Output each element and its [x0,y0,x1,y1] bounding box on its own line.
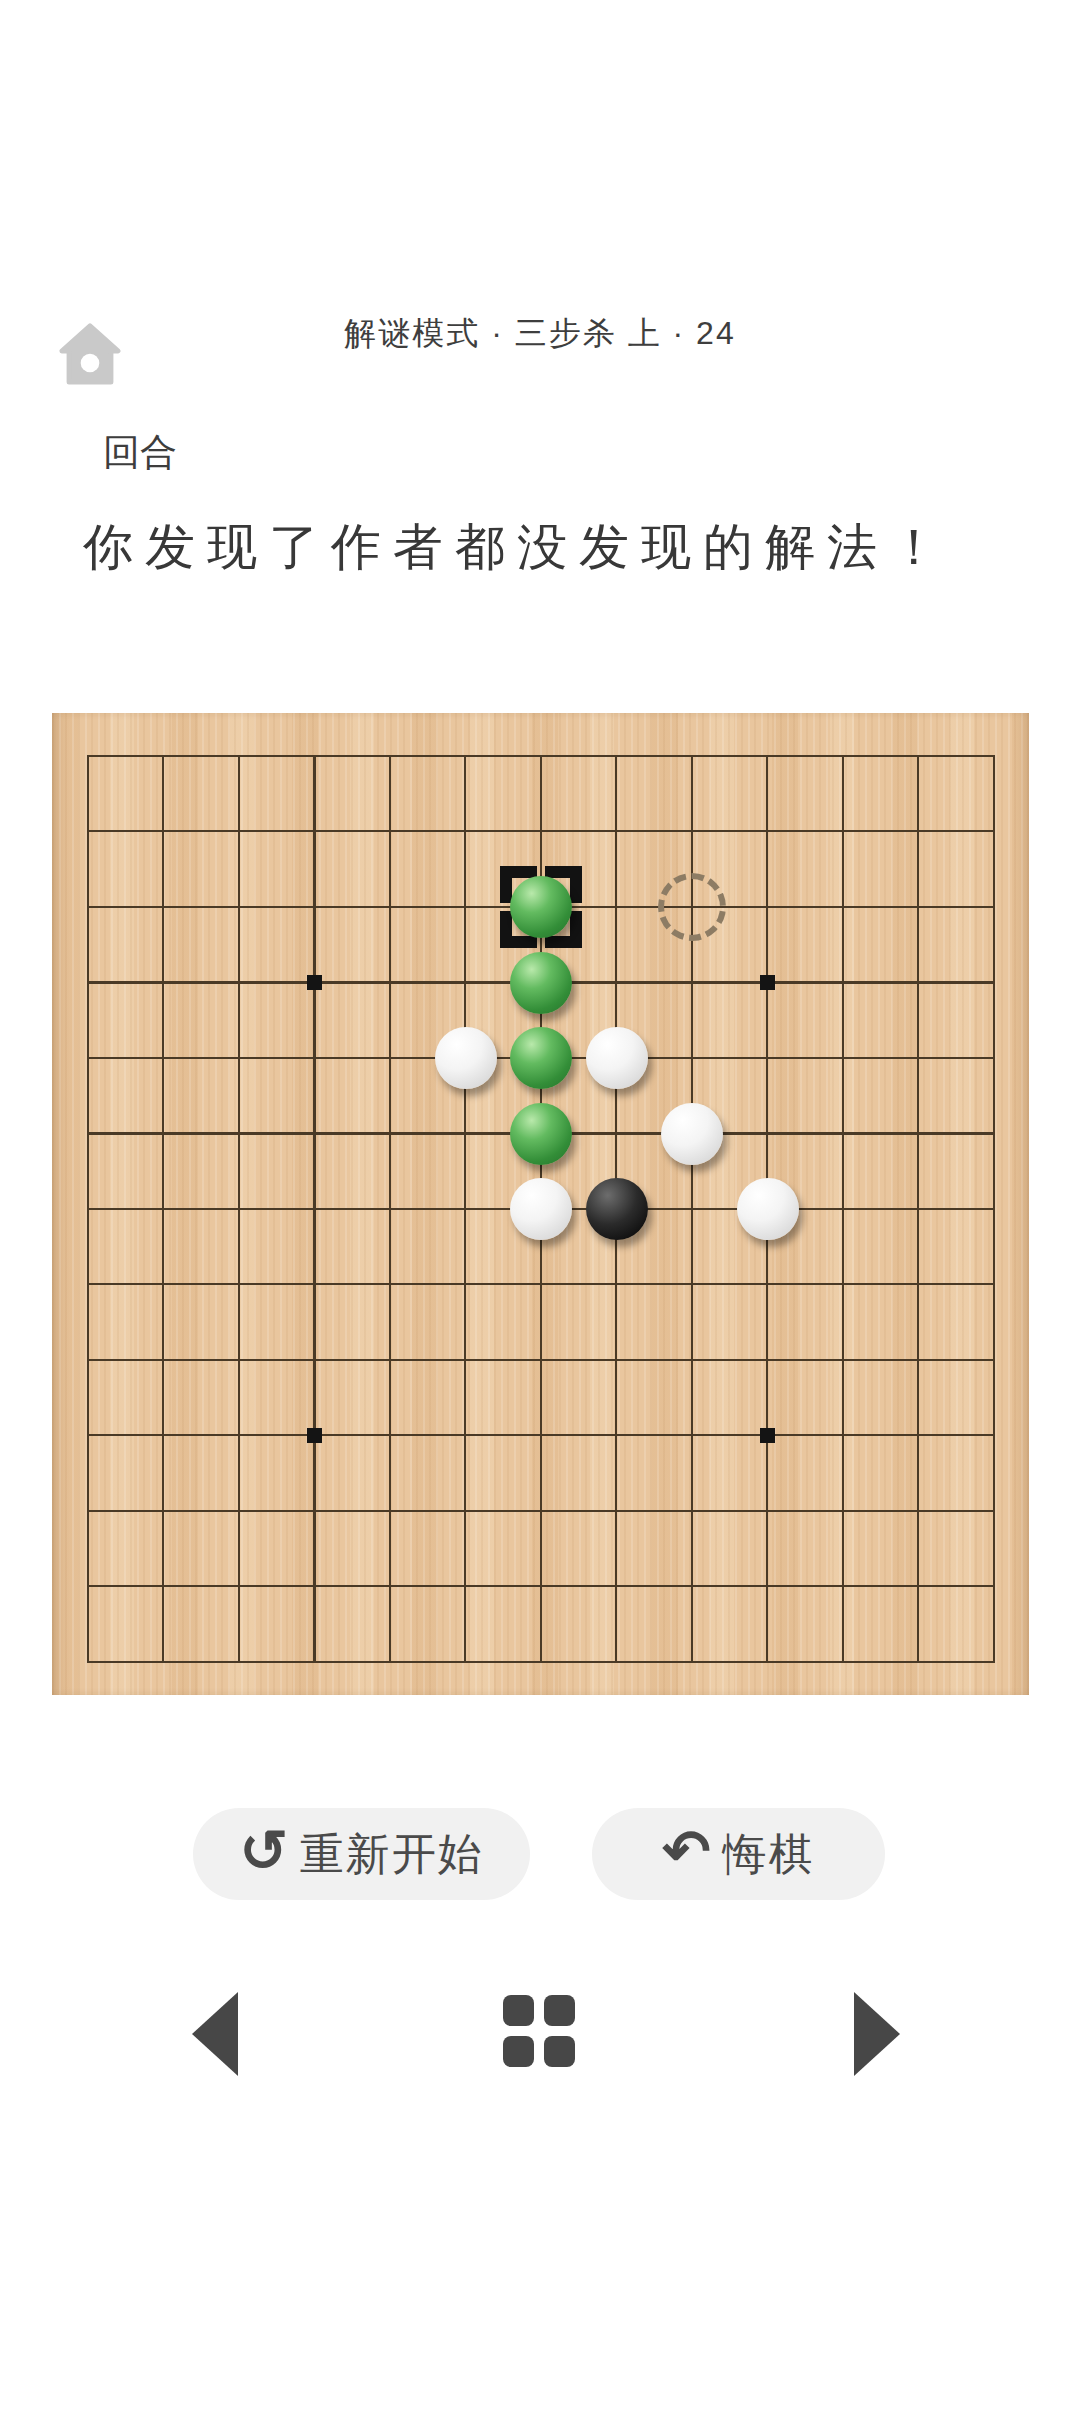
white-stone [737,1178,799,1240]
green-stone [510,876,572,938]
green-stone [510,1103,572,1165]
restart-button[interactable]: ↺ 重新开始 [193,1808,530,1900]
grid-dot [544,2036,575,2067]
hint-dashed-circle [658,873,726,941]
white-stone [586,1027,648,1089]
star-point [760,975,775,990]
white-stone [435,1027,497,1089]
white-stone [510,1178,572,1240]
gomoku-board[interactable] [52,713,1029,1695]
page-title: 解谜模式 · 三步杀 上 · 24 [0,312,1080,356]
next-puzzle-arrow-icon[interactable] [854,1992,900,2076]
round-label: 回合 [103,428,177,478]
result-message: 你发现了作者都没发现的解法！ [83,514,1080,581]
previous-puzzle-arrow-icon[interactable] [192,1992,238,2076]
star-point [760,1428,775,1443]
star-point [307,975,322,990]
undo-button[interactable]: ↶ 悔棋 [592,1808,885,1900]
green-stone [510,1027,572,1089]
grid-dot [503,1995,534,2026]
restart-label: 重新开始 [300,1825,484,1884]
green-stone [510,952,572,1014]
undo-label: 悔棋 [723,1825,815,1884]
board-grid[interactable] [87,755,995,1663]
undo-icon: ↶ [662,1822,711,1880]
black-stone [586,1178,648,1240]
grid-dot [503,2036,534,2067]
white-stone [661,1103,723,1165]
grid-dot [544,1995,575,2026]
star-point [307,1428,322,1443]
puzzle-screen: 解谜模式 · 三步杀 上 · 24 回合 你发现了作者都没发现的解法！ ↺ 重新… [0,0,1080,2412]
puzzle-list-grid-icon[interactable] [503,1995,575,2067]
restart-icon: ↺ [239,1822,288,1880]
